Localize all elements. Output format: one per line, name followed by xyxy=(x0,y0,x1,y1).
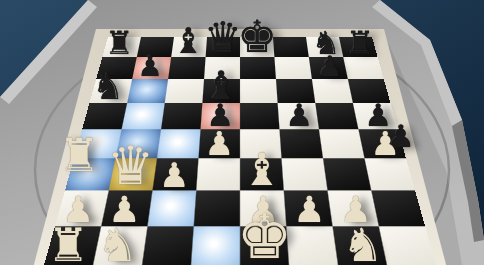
piece-white-king-e1[interactable]: ♚ xyxy=(237,206,293,265)
piece-white-rook-a1[interactable]: ♜ xyxy=(48,222,89,265)
captured-white-rook: ♜ xyxy=(58,132,99,178)
pieces-layer: ♜♝♛♚♞♜♟♟♞♝♟♟♟♟♟♛♟♝♟♟♟♟♟♜♞♚♞♜♟ xyxy=(0,0,484,265)
piece-black-pawn-b7[interactable]: ♟ xyxy=(138,53,163,81)
piece-white-pawn-h4[interactable]: ♟ xyxy=(370,127,400,160)
piece-black-pawn-g7[interactable]: ♟ xyxy=(317,53,342,81)
piece-black-king-e8[interactable]: ♚ xyxy=(237,15,276,59)
piece-white-knight-b1[interactable]: ♞ xyxy=(97,222,138,265)
piece-white-pawn-c3[interactable]: ♟ xyxy=(159,158,189,192)
piece-black-pawn-f5[interactable]: ♟ xyxy=(285,100,313,131)
piece-black-queen-d8[interactable]: ♛ xyxy=(204,17,242,59)
piece-white-queen-b3[interactable]: ♛ xyxy=(107,139,155,192)
piece-black-rook-h8[interactable]: ♜ xyxy=(346,27,375,59)
piece-black-rook-a8[interactable]: ♜ xyxy=(105,27,134,59)
piece-white-knight-g1[interactable]: ♞ xyxy=(342,222,383,265)
piece-white-pawn-d4[interactable]: ♟ xyxy=(204,127,234,160)
piece-black-knight-a6[interactable]: ♞ xyxy=(93,70,124,105)
piece-black-bishop-c8[interactable]: ♝ xyxy=(173,24,204,59)
piece-white-bishop-e3[interactable]: ♝ xyxy=(242,147,282,192)
chess-3d-scene: ♜♝♛♚♞♜♟♟♞♝♟♟♟♟♟♛♟♝♟♟♟♟♟♜♞♚♞♜♟ xyxy=(0,0,484,265)
piece-white-pawn-f2[interactable]: ♟ xyxy=(293,192,325,228)
